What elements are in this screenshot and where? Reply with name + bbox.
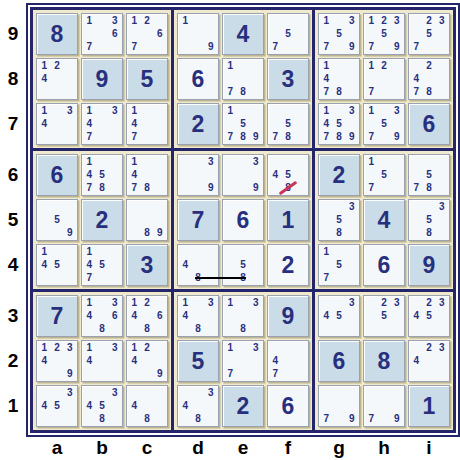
candidates-b9: 1367 [83, 15, 121, 53]
candidate-slot-empty [83, 367, 96, 380]
candidate-slot-empty [141, 387, 154, 400]
cell-i2[interactable]: 234 [408, 340, 450, 382]
candidates-i9: 2357 [410, 15, 448, 53]
candidate-d6-9: 9 [204, 181, 217, 194]
candidate-slot-empty [51, 118, 64, 131]
candidate-g3-4: 4 [320, 310, 333, 323]
candidate-slot-empty [179, 322, 192, 335]
candidate-b4-5: 5 [96, 259, 109, 272]
candidate-slot-empty [141, 355, 154, 368]
cell-g5[interactable]: 358 [318, 199, 360, 241]
cell-a6[interactable]: 6 [36, 154, 78, 196]
candidate-slot-empty [192, 387, 205, 400]
candidate-d9-1: 1 [179, 15, 192, 28]
cell-d3[interactable]: 1348 [177, 295, 219, 337]
candidate-slot-empty [38, 226, 51, 239]
candidate-slot-empty [128, 387, 141, 400]
cell-d6[interactable]: 39 [177, 154, 219, 196]
candidate-slot-empty [390, 387, 403, 400]
candidate-g8-4: 4 [320, 73, 333, 86]
candidate-slot-empty [435, 355, 448, 368]
candidate-slot-empty [63, 118, 76, 131]
candidate-slot-empty [153, 412, 166, 425]
candidate-slot-empty [294, 342, 307, 355]
candidate-f7-8: 8 [282, 130, 295, 143]
candidate-a4-4: 4 [38, 259, 51, 272]
candidate-c2-2: 2 [141, 342, 154, 355]
candidate-c6-1: 1 [128, 156, 141, 169]
candidates-d1: 348 [179, 387, 217, 425]
cell-g6[interactable]: 2 [318, 154, 360, 196]
candidate-a8-1: 1 [38, 60, 51, 73]
candidate-slot-empty [237, 105, 250, 118]
row-label-6: 6 [0, 154, 26, 196]
candidates-a8: 124 [38, 60, 76, 98]
cell-e7[interactable]: 15789 [222, 103, 264, 145]
cell-e9[interactable]: 4 [222, 13, 264, 55]
candidate-slot-empty [108, 130, 121, 143]
candidate-slot-empty [204, 412, 217, 425]
cell-i6[interactable]: 578 [408, 154, 450, 196]
cell-b5[interactable]: 2 [81, 199, 123, 241]
cell-f9[interactable]: 57 [267, 13, 309, 55]
candidates-g4: 157 [320, 246, 358, 284]
candidate-slot-empty [51, 85, 64, 98]
candidates-g8: 1478 [320, 60, 358, 98]
candidate-slot-empty [249, 105, 262, 118]
candidate-g7-4: 4 [320, 118, 333, 131]
candidate-slot-empty [153, 297, 166, 310]
cell-d1[interactable]: 348 [177, 385, 219, 427]
candidate-a2-1: 1 [38, 342, 51, 355]
cell-c3[interactable]: 12468 [126, 295, 168, 337]
candidate-i9-7: 7 [410, 40, 423, 53]
candidate-d4-8: 8 [192, 271, 205, 284]
candidate-slot-empty [38, 271, 51, 284]
candidate-slot-empty [204, 169, 217, 182]
candidate-slot-empty [333, 297, 346, 310]
cell-f6[interactable]: 458 [267, 154, 309, 196]
candidate-g4-7: 7 [320, 271, 333, 284]
candidate-f6-8: 8 [282, 181, 295, 194]
candidates-c9: 1267 [128, 15, 166, 53]
candidate-slot-empty [96, 355, 109, 368]
cell-h1[interactable]: 79 [363, 385, 405, 427]
candidate-slot-empty [141, 310, 154, 323]
candidate-c3-1: 1 [128, 297, 141, 310]
candidate-slot-empty [294, 118, 307, 131]
candidate-slot-empty [237, 367, 250, 380]
candidate-a8-4: 4 [38, 73, 51, 86]
cell-h8[interactable]: 127 [363, 58, 405, 100]
candidates-a5: 59 [38, 201, 76, 239]
candidate-i5-8: 8 [423, 226, 436, 239]
column-label-f: f [267, 437, 309, 459]
candidate-h8-2: 2 [378, 60, 391, 73]
candidate-slot-empty [204, 28, 217, 41]
candidate-h9-3: 3 [390, 15, 403, 28]
cell-h4[interactable]: 6 [363, 244, 405, 286]
cell-g1[interactable]: 79 [318, 385, 360, 427]
row-label-7: 7 [0, 103, 26, 145]
candidate-slot-empty [390, 28, 403, 41]
cell-b2[interactable]: 134 [81, 340, 123, 382]
candidate-b4-4: 4 [83, 259, 96, 272]
cell-h5[interactable]: 4 [363, 199, 405, 241]
cell-c9[interactable]: 1267 [126, 13, 168, 55]
candidates-c3: 12468 [128, 297, 166, 335]
candidate-a4-1: 1 [38, 246, 51, 259]
candidate-slot-empty [269, 28, 282, 41]
candidate-a1-5: 5 [51, 400, 64, 413]
candidate-slot-empty [63, 412, 76, 425]
candidate-a2-3: 3 [63, 342, 76, 355]
candidate-g7-9: 9 [345, 130, 358, 143]
cell-a2[interactable]: 12349 [36, 340, 78, 382]
candidate-slot-empty [153, 130, 166, 143]
cell-i1[interactable]: 1 [408, 385, 450, 427]
candidate-slot-empty [83, 322, 96, 335]
value-c4: 3 [127, 245, 167, 285]
candidate-e7-5: 5 [237, 118, 250, 131]
cell-c1[interactable]: 48 [126, 385, 168, 427]
candidate-slot-empty [345, 246, 358, 259]
candidate-slot-empty [153, 169, 166, 182]
candidate-slot-empty [96, 40, 109, 53]
candidate-slot-empty [345, 387, 358, 400]
candidate-slot-empty [435, 73, 448, 86]
candidate-i9-2: 2 [423, 15, 436, 28]
cell-e4[interactable]: 58 [222, 244, 264, 286]
cell-d2[interactable]: 5 [177, 340, 219, 382]
cell-c8[interactable]: 5 [126, 58, 168, 100]
candidate-slot-empty [294, 156, 307, 169]
candidate-e2-3: 3 [249, 342, 262, 355]
value-h4: 6 [364, 245, 404, 285]
candidate-slot-empty [128, 214, 141, 227]
candidate-d3-8: 8 [192, 322, 205, 335]
box-0: 813671267124951341347147 [33, 10, 171, 148]
candidate-slot-empty [224, 246, 237, 259]
box-6: 71346812468123491341249345345848 [33, 292, 171, 430]
cell-c4[interactable]: 3 [126, 244, 168, 286]
candidate-i2-3: 3 [435, 342, 448, 355]
candidate-slot-empty [410, 297, 423, 310]
cell-h7[interactable]: 13579 [363, 103, 405, 145]
cell-f8[interactable]: 3 [267, 58, 309, 100]
candidate-i5-3: 3 [435, 201, 448, 214]
candidate-slot-empty [237, 297, 250, 310]
candidate-i8-2: 2 [423, 60, 436, 73]
candidate-slot-empty [224, 322, 237, 335]
cell-e5[interactable]: 6 [222, 199, 264, 241]
candidate-slot-empty [108, 412, 121, 425]
candidates-f7: 578 [269, 105, 307, 143]
candidate-slot-empty [378, 322, 391, 335]
candidates-b4: 1457 [83, 246, 121, 284]
candidate-slot-empty [51, 130, 64, 143]
cell-f7[interactable]: 578 [267, 103, 309, 145]
cell-d5[interactable]: 7 [177, 199, 219, 241]
candidate-slot-empty [141, 156, 154, 169]
candidate-g9-5: 5 [333, 28, 346, 41]
column-label-c: c [126, 437, 168, 459]
cell-b3[interactable]: 13468 [81, 295, 123, 337]
candidate-slot-empty [63, 73, 76, 86]
row-label-9: 9 [0, 13, 26, 55]
cell-c5[interactable]: 89 [126, 199, 168, 241]
cell-h9[interactable]: 123579 [363, 13, 405, 55]
candidate-slot-empty [141, 28, 154, 41]
candidate-slot-empty [141, 105, 154, 118]
cell-d4[interactable]: 48 [177, 244, 219, 286]
cell-a9[interactable]: 8 [36, 13, 78, 55]
candidate-slot-empty [237, 246, 250, 259]
candidate-slot-empty [410, 169, 423, 182]
cell-i7[interactable]: 6 [408, 103, 450, 145]
candidate-slot-empty [294, 367, 307, 380]
cell-f3[interactable]: 9 [267, 295, 309, 337]
candidate-slot-empty [128, 201, 141, 214]
candidate-slot-empty [320, 214, 333, 227]
cell-c2[interactable]: 1249 [126, 340, 168, 382]
candidate-g5-5: 5 [333, 214, 346, 227]
candidate-b2-3: 3 [108, 342, 121, 355]
cell-a1[interactable]: 345 [36, 385, 78, 427]
candidate-slot-empty [237, 60, 250, 73]
candidate-slot-empty [435, 367, 448, 380]
cell-f5[interactable]: 1 [267, 199, 309, 241]
candidate-slot-empty [365, 28, 378, 41]
candidate-a7-1: 1 [38, 105, 51, 118]
candidate-h6-7: 7 [365, 181, 378, 194]
candidate-slot-empty [365, 169, 378, 182]
cell-g7[interactable]: 1345789 [318, 103, 360, 145]
candidate-slot-empty [345, 322, 358, 335]
candidate-a2-4: 4 [38, 355, 51, 368]
value-a9: 8 [37, 14, 77, 54]
candidates-g7: 1345789 [320, 105, 358, 143]
candidate-e2-7: 7 [224, 367, 237, 380]
candidate-slot-empty [410, 342, 423, 355]
candidate-slot-empty [141, 40, 154, 53]
candidate-e2-1: 1 [224, 342, 237, 355]
candidate-slot-empty [108, 169, 121, 182]
candidate-e4-5: 5 [237, 259, 250, 272]
cell-e2[interactable]: 137 [222, 340, 264, 382]
candidates-g5: 358 [320, 201, 358, 239]
candidate-b1-8: 8 [96, 412, 109, 425]
candidate-b9-3: 3 [108, 15, 121, 28]
column-label-h: h [363, 437, 405, 459]
candidate-slot-empty [63, 85, 76, 98]
candidates-d3: 1348 [179, 297, 217, 335]
candidate-slot-empty [294, 40, 307, 53]
candidate-slot-empty [204, 271, 217, 284]
candidate-slot-empty [269, 105, 282, 118]
candidate-slot-empty [345, 28, 358, 41]
cell-a5[interactable]: 59 [36, 199, 78, 241]
cell-i9[interactable]: 2357 [408, 13, 450, 55]
candidate-slot-empty [333, 201, 346, 214]
candidate-slot-empty [423, 156, 436, 169]
candidate-slot-empty [128, 28, 141, 41]
cell-e1[interactable]: 2 [222, 385, 264, 427]
cell-a3[interactable]: 7 [36, 295, 78, 337]
candidates-a2: 12349 [38, 342, 76, 380]
cell-d7[interactable]: 2 [177, 103, 219, 145]
candidate-b4-7: 7 [83, 271, 96, 284]
candidate-slot-empty [333, 105, 346, 118]
candidate-slot-empty [96, 118, 109, 131]
cell-c6[interactable]: 1478 [126, 154, 168, 196]
candidate-slot-empty [237, 310, 250, 323]
cell-h6[interactable]: 157 [363, 154, 405, 196]
cell-g9[interactable]: 13579 [318, 13, 360, 55]
candidate-c3-2: 2 [141, 297, 154, 310]
candidate-slot-empty [249, 85, 262, 98]
cell-g8[interactable]: 1478 [318, 58, 360, 100]
cell-f2[interactable]: 47 [267, 340, 309, 382]
candidate-c6-7: 7 [128, 181, 141, 194]
candidate-slot-empty [224, 73, 237, 86]
cell-d9[interactable]: 19 [177, 13, 219, 55]
candidate-slot-empty [108, 156, 121, 169]
candidate-b7-3: 3 [108, 105, 121, 118]
candidate-h7-1: 1 [365, 105, 378, 118]
candidate-h3-5: 5 [378, 310, 391, 323]
cell-h2[interactable]: 8 [363, 340, 405, 382]
value-g2: 6 [319, 341, 359, 381]
candidate-slot-empty [153, 118, 166, 131]
candidate-slot-empty [294, 169, 307, 182]
candidate-g5-8: 8 [333, 226, 346, 239]
cell-d8[interactable]: 6 [177, 58, 219, 100]
candidate-slot-empty [108, 322, 121, 335]
candidate-slot-empty [63, 214, 76, 227]
cell-e3[interactable]: 138 [222, 295, 264, 337]
cell-i3[interactable]: 2345 [408, 295, 450, 337]
candidate-slot-empty [192, 297, 205, 310]
candidate-b1-3: 3 [108, 387, 121, 400]
candidate-slot-empty [153, 400, 166, 413]
row-label-8: 8 [0, 58, 26, 100]
cell-h3[interactable]: 235 [363, 295, 405, 337]
candidate-slot-empty [390, 60, 403, 73]
candidate-slot-empty [410, 226, 423, 239]
candidate-slot-empty [390, 73, 403, 86]
cell-a7[interactable]: 134 [36, 103, 78, 145]
cell-i8[interactable]: 2478 [408, 58, 450, 100]
cell-b8[interactable]: 9 [81, 58, 123, 100]
cell-b6[interactable]: 14578 [81, 154, 123, 196]
candidate-c2-9: 9 [153, 367, 166, 380]
candidate-slot-empty [320, 226, 333, 239]
candidate-slot-empty [282, 105, 295, 118]
candidate-slot-empty [249, 310, 262, 323]
candidate-slot-empty [294, 130, 307, 143]
cell-b1[interactable]: 3458 [81, 385, 123, 427]
candidate-d6-3: 3 [204, 156, 217, 169]
column-label-a: a [36, 437, 78, 459]
candidate-slot-empty [204, 400, 217, 413]
candidate-c1-8: 8 [141, 412, 154, 425]
row-label-5: 5 [0, 199, 26, 241]
candidate-b9-1: 1 [83, 15, 96, 28]
candidate-i3-3: 3 [435, 297, 448, 310]
candidate-b9-6: 6 [108, 28, 121, 41]
value-g6: 2 [319, 155, 359, 195]
candidate-g7-3: 3 [345, 105, 358, 118]
candidate-slot-empty [249, 246, 262, 259]
candidate-b7-1: 1 [83, 105, 96, 118]
candidate-e8-8: 8 [237, 85, 250, 98]
candidate-slot-empty [237, 181, 250, 194]
candidate-slot-empty [345, 85, 358, 98]
candidate-b6-5: 5 [96, 169, 109, 182]
candidates-g3: 345 [320, 297, 358, 335]
cell-i5[interactable]: 358 [408, 199, 450, 241]
candidate-slot-empty [179, 28, 192, 41]
candidate-slot-empty [282, 156, 295, 169]
cell-b7[interactable]: 1347 [81, 103, 123, 145]
candidate-g7-7: 7 [320, 130, 333, 143]
candidate-g1-7: 7 [320, 412, 333, 425]
cell-g2[interactable]: 6 [318, 340, 360, 382]
candidate-slot-empty [96, 297, 109, 310]
candidate-c9-1: 1 [128, 15, 141, 28]
candidate-b6-1: 1 [83, 156, 96, 169]
cell-a4[interactable]: 145 [36, 244, 78, 286]
sudoku-page: 8136712671249513413471471945761783215789… [0, 0, 460, 460]
candidate-slot-empty [345, 60, 358, 73]
cell-f1[interactable]: 6 [267, 385, 309, 427]
cell-e6[interactable]: 39 [222, 154, 264, 196]
candidates-a7: 134 [38, 105, 76, 143]
candidate-f2-4: 4 [269, 355, 282, 368]
candidate-c5-9: 9 [153, 226, 166, 239]
candidate-slot-empty [237, 169, 250, 182]
cell-g3[interactable]: 345 [318, 295, 360, 337]
candidate-slot-empty [153, 105, 166, 118]
cell-f4[interactable]: 2 [267, 244, 309, 286]
candidate-a7-3: 3 [63, 105, 76, 118]
candidate-slot-empty [320, 297, 333, 310]
candidate-slot-empty [435, 226, 448, 239]
candidate-slot-empty [108, 259, 121, 272]
candidate-b3-4: 4 [83, 310, 96, 323]
candidate-slot-empty [179, 169, 192, 182]
candidate-slot-empty [378, 105, 391, 118]
candidate-slot-empty [435, 156, 448, 169]
candidate-slot-empty [141, 201, 154, 214]
candidate-slot-empty [204, 259, 217, 272]
candidates-e7: 15789 [224, 105, 262, 143]
cell-e8[interactable]: 178 [222, 58, 264, 100]
cell-i4[interactable]: 9 [408, 244, 450, 286]
candidate-d9-9: 9 [204, 40, 217, 53]
value-a6: 6 [37, 155, 77, 195]
candidate-i9-5: 5 [423, 28, 436, 41]
candidate-g9-7: 7 [320, 40, 333, 53]
cell-g4[interactable]: 157 [318, 244, 360, 286]
cell-a8[interactable]: 124 [36, 58, 78, 100]
candidate-i9-3: 3 [435, 15, 448, 28]
cell-b9[interactable]: 1367 [81, 13, 123, 55]
candidate-slot-empty [63, 355, 76, 368]
cell-c7[interactable]: 147 [126, 103, 168, 145]
cell-b4[interactable]: 1457 [81, 244, 123, 286]
